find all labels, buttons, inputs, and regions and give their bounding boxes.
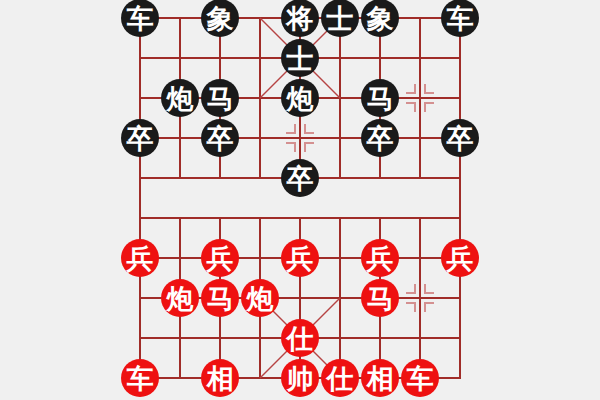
piece-red-pawn[interactable]: 兵	[361, 239, 399, 277]
piece-black-cannon[interactable]: 炮	[281, 79, 319, 117]
piece-black-advisor[interactable]: 士	[281, 39, 319, 77]
piece-red-pawn[interactable]: 兵	[281, 239, 319, 277]
piece-black-pawn[interactable]: 卒	[361, 119, 399, 157]
piece-red-advisor[interactable]: 仕	[321, 359, 359, 397]
piece-black-rook[interactable]: 车	[121, 0, 159, 37]
piece-red-pawn[interactable]: 兵	[201, 239, 239, 277]
piece-red-rook[interactable]: 车	[121, 359, 159, 397]
piece-red-pawn[interactable]: 兵	[441, 239, 479, 277]
piece-black-horse[interactable]: 马	[201, 79, 239, 117]
piece-black-pawn[interactable]: 卒	[121, 119, 159, 157]
piece-red-horse[interactable]: 马	[361, 279, 399, 317]
piece-black-pawn[interactable]: 卒	[281, 159, 319, 197]
piece-red-pawn[interactable]: 兵	[121, 239, 159, 277]
piece-black-pawn[interactable]: 卒	[201, 119, 239, 157]
piece-black-elephant[interactable]: 象	[201, 0, 239, 37]
xiangqi-app: 车象将士象车士炮马炮马卒卒卒卒卒兵兵兵兵兵炮马炮马仕车相帅仕相车	[0, 0, 600, 400]
piece-red-cannon[interactable]: 炮	[241, 279, 279, 317]
piece-black-horse[interactable]: 马	[361, 79, 399, 117]
piece-black-elephant[interactable]: 象	[361, 0, 399, 37]
piece-red-king[interactable]: 帅	[281, 359, 319, 397]
piece-black-pawn[interactable]: 卒	[441, 119, 479, 157]
piece-red-horse[interactable]: 马	[201, 279, 239, 317]
piece-black-cannon[interactable]: 炮	[161, 79, 199, 117]
piece-black-rook[interactable]: 车	[441, 0, 479, 37]
piece-black-king[interactable]: 将	[281, 0, 319, 37]
piece-red-elephant[interactable]: 相	[201, 359, 239, 397]
piece-red-rook[interactable]: 车	[401, 359, 439, 397]
piece-red-cannon[interactable]: 炮	[161, 279, 199, 317]
piece-red-advisor[interactable]: 仕	[281, 319, 319, 357]
piece-black-advisor[interactable]: 士	[321, 0, 359, 37]
piece-red-elephant[interactable]: 相	[361, 359, 399, 397]
